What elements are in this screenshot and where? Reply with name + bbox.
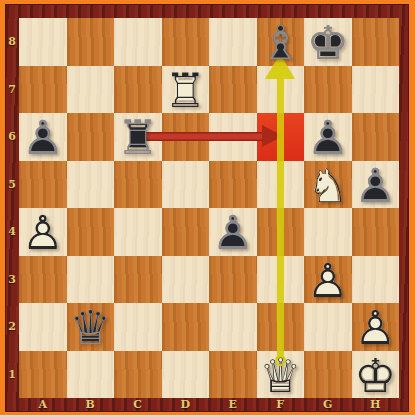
square-a5[interactable] bbox=[19, 161, 67, 209]
rank-label-7: 7 bbox=[5, 66, 19, 114]
square-b6[interactable] bbox=[67, 113, 115, 161]
white-pawn-g3[interactable]: ♟︎♙︎ bbox=[304, 256, 352, 304]
square-e6[interactable] bbox=[209, 113, 257, 161]
square-d5[interactable] bbox=[162, 161, 210, 209]
king-outline-detail: ♔︎ bbox=[352, 352, 400, 400]
pawn-outline-detail: ♙︎ bbox=[304, 114, 352, 162]
chess-board[interactable]: ♝︎♗︎♚︎♔︎♜︎♖︎♟︎♙︎♜︎♖︎♟︎♙︎♞︎♘︎♟︎♙︎♟︎♙︎♟︎♙︎… bbox=[19, 18, 399, 398]
file-labels: ABCDEFGH bbox=[19, 398, 399, 411]
square-h7[interactable] bbox=[352, 66, 400, 114]
square-a7[interactable] bbox=[19, 66, 67, 114]
square-e8[interactable] bbox=[209, 18, 257, 66]
square-h3[interactable] bbox=[352, 256, 400, 304]
square-b3[interactable] bbox=[67, 256, 115, 304]
square-a1[interactable] bbox=[19, 351, 67, 399]
square-c2[interactable] bbox=[114, 303, 162, 351]
square-b4[interactable] bbox=[67, 208, 115, 256]
pawn-outline-detail: ♙︎ bbox=[209, 209, 257, 257]
black-queen-b2[interactable]: ♛︎♕︎ bbox=[67, 303, 115, 351]
file-label-c: C bbox=[114, 398, 162, 411]
file-label-a: A bbox=[19, 398, 67, 411]
white-knight-g5[interactable]: ♞︎♘︎ bbox=[304, 161, 352, 209]
file-label-e: E bbox=[209, 398, 257, 411]
queen-outline-detail: ♕︎ bbox=[257, 352, 305, 400]
white-pawn-a4[interactable]: ♟︎♙︎ bbox=[19, 208, 67, 256]
pawn-outline-detail: ♙︎ bbox=[19, 114, 67, 162]
black-bishop-f8[interactable]: ♝︎♗︎ bbox=[257, 18, 305, 66]
square-b5[interactable] bbox=[67, 161, 115, 209]
pawn-outline-detail: ♙︎ bbox=[19, 209, 67, 257]
square-d1[interactable] bbox=[162, 351, 210, 399]
white-queen-f1[interactable]: ♛︎♕︎ bbox=[257, 351, 305, 399]
queen-outline-detail: ♕︎ bbox=[67, 304, 115, 352]
square-f3[interactable] bbox=[257, 256, 305, 304]
square-b8[interactable] bbox=[67, 18, 115, 66]
square-c5[interactable] bbox=[114, 161, 162, 209]
rook-outline-detail: ♖︎ bbox=[114, 114, 162, 162]
square-g1[interactable] bbox=[304, 351, 352, 399]
square-h6[interactable] bbox=[352, 113, 400, 161]
white-rook-d7[interactable]: ♜︎♖︎ bbox=[162, 66, 210, 114]
rank-label-8: 8 bbox=[5, 18, 19, 66]
rank-label-4: 4 bbox=[5, 208, 19, 256]
black-king-g8[interactable]: ♚︎♔︎ bbox=[304, 18, 352, 66]
king-outline-detail: ♔︎ bbox=[304, 19, 352, 67]
square-f2[interactable] bbox=[257, 303, 305, 351]
square-d3[interactable] bbox=[162, 256, 210, 304]
square-f5[interactable] bbox=[257, 161, 305, 209]
white-king-h1[interactable]: ♚︎♔︎ bbox=[352, 351, 400, 399]
bishop-outline-detail: ♗︎ bbox=[257, 19, 305, 67]
rook-outline-detail: ♖︎ bbox=[162, 67, 210, 115]
square-e1[interactable] bbox=[209, 351, 257, 399]
square-f7[interactable] bbox=[257, 66, 305, 114]
square-f4[interactable] bbox=[257, 208, 305, 256]
rank-labels: 87654321 bbox=[5, 18, 19, 398]
square-e7[interactable] bbox=[209, 66, 257, 114]
square-a8[interactable] bbox=[19, 18, 67, 66]
square-e2[interactable] bbox=[209, 303, 257, 351]
square-d4[interactable] bbox=[162, 208, 210, 256]
square-c8[interactable] bbox=[114, 18, 162, 66]
square-a2[interactable] bbox=[19, 303, 67, 351]
pawn-outline-detail: ♙︎ bbox=[304, 257, 352, 305]
black-pawn-e4[interactable]: ♟︎♙︎ bbox=[209, 208, 257, 256]
square-a3[interactable] bbox=[19, 256, 67, 304]
white-pawn-h2[interactable]: ♟︎♙︎ bbox=[352, 303, 400, 351]
pawn-outline-detail: ♙︎ bbox=[352, 162, 400, 210]
square-f6[interactable] bbox=[257, 113, 305, 161]
square-d8[interactable] bbox=[162, 18, 210, 66]
square-c1[interactable] bbox=[114, 351, 162, 399]
square-e5[interactable] bbox=[209, 161, 257, 209]
rank-label-1: 1 bbox=[5, 351, 19, 399]
black-pawn-h5[interactable]: ♟︎♙︎ bbox=[352, 161, 400, 209]
square-c7[interactable] bbox=[114, 66, 162, 114]
black-rook-c6[interactable]: ♜︎♖︎ bbox=[114, 113, 162, 161]
rank-label-6: 6 bbox=[5, 113, 19, 161]
knight-outline-detail: ♘︎ bbox=[304, 162, 352, 210]
chess-app-window: 87654321 ABCDEFGH ♝︎♗︎♚︎♔︎♜︎♖︎♟︎♙︎♜︎♖︎♟︎… bbox=[0, 0, 415, 417]
square-e3[interactable] bbox=[209, 256, 257, 304]
square-b1[interactable] bbox=[67, 351, 115, 399]
black-pawn-g6[interactable]: ♟︎♙︎ bbox=[304, 113, 352, 161]
square-h8[interactable] bbox=[352, 18, 400, 66]
square-d2[interactable] bbox=[162, 303, 210, 351]
file-label-d: D bbox=[162, 398, 210, 411]
rank-label-3: 3 bbox=[5, 256, 19, 304]
square-b7[interactable] bbox=[67, 66, 115, 114]
square-c3[interactable] bbox=[114, 256, 162, 304]
square-g4[interactable] bbox=[304, 208, 352, 256]
rank-label-2: 2 bbox=[5, 303, 19, 351]
file-label-g: G bbox=[304, 398, 352, 411]
square-g2[interactable] bbox=[304, 303, 352, 351]
pawn-outline-detail: ♙︎ bbox=[352, 304, 400, 352]
black-pawn-a6[interactable]: ♟︎♙︎ bbox=[19, 113, 67, 161]
square-g7[interactable] bbox=[304, 66, 352, 114]
square-d6[interactable] bbox=[162, 113, 210, 161]
square-h4[interactable] bbox=[352, 208, 400, 256]
file-label-b: B bbox=[67, 398, 115, 411]
rank-label-5: 5 bbox=[5, 161, 19, 209]
square-c4[interactable] bbox=[114, 208, 162, 256]
